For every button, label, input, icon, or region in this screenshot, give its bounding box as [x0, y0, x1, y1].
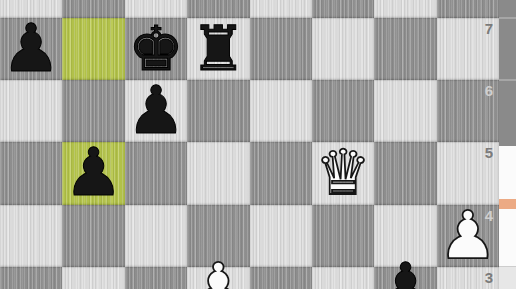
square-a5[interactable] — [0, 142, 62, 204]
edge-panel-segment-0 — [499, 0, 516, 146]
square-c6[interactable]: ♟ — [125, 80, 187, 142]
square-b4[interactable] — [62, 205, 124, 267]
square-a7[interactable]: ♟ — [0, 18, 62, 80]
square-d6[interactable] — [187, 80, 249, 142]
square-c3[interactable] — [125, 267, 187, 289]
piece-black-pawn-b5[interactable]: ♟ — [62, 142, 124, 204]
piece-black-pawn-c6[interactable]: ♟ — [125, 80, 187, 142]
right-edge-panel — [499, 0, 516, 289]
square-f7[interactable] — [312, 18, 374, 80]
square-e4[interactable] — [250, 205, 312, 267]
square-c5[interactable] — [125, 142, 187, 204]
square-f4[interactable] — [312, 205, 374, 267]
square-b3[interactable] — [62, 267, 124, 289]
piece-black-pawn-a7[interactable]: ♟ — [0, 18, 62, 80]
square-e7[interactable] — [250, 18, 312, 80]
square-a4[interactable] — [0, 205, 62, 267]
square-d5[interactable] — [187, 142, 249, 204]
piece-black-rook-d7[interactable]: ♜ — [187, 18, 249, 80]
rank-label-6: 6 — [485, 83, 493, 98]
square-h5[interactable]: 5 — [437, 142, 499, 204]
edge-panel-segment-2 — [499, 199, 516, 209]
square-e6[interactable] — [250, 80, 312, 142]
square-f5[interactable]: ♛ — [312, 142, 374, 204]
square-g7[interactable] — [374, 18, 436, 80]
square-c4[interactable] — [125, 205, 187, 267]
square-g8[interactable] — [374, 0, 436, 18]
rank-label-3: 3 — [485, 270, 493, 285]
square-a3[interactable] — [0, 267, 62, 289]
square-c7[interactable]: ♚ — [125, 18, 187, 80]
screenshot-root: ♟♚♜7♟6♟♛54♟♟♟3 — [0, 0, 516, 289]
square-b5[interactable]: ♟ — [62, 142, 124, 204]
piece-black-king-c7[interactable]: ♚ — [125, 18, 187, 80]
piece-white-pawn-d3[interactable]: ♟ — [187, 257, 249, 289]
square-d7[interactable]: ♜ — [187, 18, 249, 80]
square-e8[interactable] — [250, 0, 312, 18]
rank-label-4: 4 — [485, 208, 493, 223]
square-g5[interactable] — [374, 142, 436, 204]
square-h6[interactable]: 6 — [437, 80, 499, 142]
square-f3[interactable] — [312, 267, 374, 289]
square-d3[interactable]: ♟ — [187, 267, 249, 289]
square-b7[interactable] — [62, 18, 124, 80]
square-e3[interactable] — [250, 267, 312, 289]
square-b6[interactable] — [62, 80, 124, 142]
rank-label-7: 7 — [485, 21, 493, 36]
edge-panel-segment-1 — [499, 146, 516, 199]
chessboard-grid: ♟♚♜7♟6♟♛54♟♟♟3 — [0, 0, 500, 289]
square-f6[interactable] — [312, 80, 374, 142]
edge-panel-segment-4 — [499, 266, 516, 289]
square-f8[interactable] — [312, 0, 374, 18]
piece-white-queen-f5[interactable]: ♛ — [312, 142, 374, 204]
square-e5[interactable] — [250, 142, 312, 204]
square-h7[interactable]: 7 — [437, 18, 499, 80]
piece-black-pawn-g3[interactable]: ♟ — [374, 257, 436, 289]
square-g6[interactable] — [374, 80, 436, 142]
square-b8[interactable] — [62, 0, 124, 18]
square-h8[interactable] — [437, 0, 499, 18]
square-h4[interactable]: 4♟ — [437, 205, 499, 267]
chessboard: ♟♚♜7♟6♟♛54♟♟♟3 — [0, 0, 500, 289]
rank-label-5: 5 — [485, 145, 493, 160]
square-a6[interactable] — [0, 80, 62, 142]
edge-panel-segment-3 — [499, 209, 516, 266]
square-g3[interactable]: ♟ — [374, 267, 436, 289]
